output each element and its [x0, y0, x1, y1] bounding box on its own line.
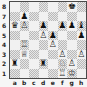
square-h4[interactable] — [77, 40, 87, 50]
square-e1[interactable] — [48, 69, 58, 79]
square-a6[interactable]: ♛ — [10, 21, 20, 31]
piece-black-pawn: ♟ — [20, 12, 28, 22]
square-f1[interactable]: ♖ — [58, 69, 68, 79]
file-label-b: b — [20, 79, 30, 87]
piece-black-pawn: ♟ — [39, 21, 47, 31]
square-f7[interactable] — [58, 12, 68, 22]
rank-label-3: 3 — [0, 50, 8, 60]
square-h7[interactable] — [77, 12, 87, 22]
file-label-f: f — [58, 79, 68, 87]
file-labels: abcdefgh — [10, 79, 86, 87]
piece-black-rook: ♜ — [39, 59, 47, 69]
square-g3[interactable] — [67, 50, 77, 60]
piece-black-pawn: ♟ — [68, 21, 76, 31]
chess-diagram: 87654321 ♚♟♛♙♟♟♟♝♙♟♟♖♙♕♙♙♜♜♘♙♖♔ abcdefgh — [0, 0, 87, 87]
square-f3[interactable]: ♙ — [58, 50, 68, 60]
square-f8[interactable] — [58, 2, 68, 12]
piece-white-queen: ♕ — [20, 50, 28, 60]
square-c3[interactable] — [29, 50, 39, 60]
square-a5[interactable] — [10, 31, 20, 41]
piece-black-pawn: ♟ — [77, 31, 85, 41]
square-d2[interactable]: ♜ — [39, 59, 49, 69]
square-c1[interactable] — [29, 69, 39, 79]
square-e4[interactable]: ♙ — [48, 40, 58, 50]
square-a7[interactable] — [10, 12, 20, 22]
square-g1[interactable]: ♔ — [67, 69, 77, 79]
square-h1[interactable] — [77, 69, 87, 79]
piece-black-pawn: ♟ — [49, 31, 57, 41]
piece-white-king: ♔ — [68, 69, 76, 79]
square-e8[interactable] — [48, 2, 58, 12]
square-a1[interactable] — [10, 69, 20, 79]
square-c6[interactable] — [29, 21, 39, 31]
square-b8[interactable] — [20, 2, 30, 12]
piece-white-rook: ♖ — [20, 40, 28, 50]
square-c7[interactable] — [29, 12, 39, 22]
square-e2[interactable] — [48, 59, 58, 69]
square-h6[interactable]: ♝ — [77, 21, 87, 31]
piece-white-pawn: ♙ — [49, 40, 57, 50]
square-d1[interactable] — [39, 69, 49, 79]
square-g6[interactable]: ♟ — [67, 21, 77, 31]
square-g8[interactable]: ♚ — [67, 2, 77, 12]
square-b5[interactable] — [20, 31, 30, 41]
square-d6[interactable]: ♟ — [39, 21, 49, 31]
square-f4[interactable] — [58, 40, 68, 50]
square-h3[interactable]: ♙ — [77, 50, 87, 60]
file-label-a: a — [10, 79, 20, 87]
rank-label-4: 4 — [0, 40, 8, 50]
rank-label-6: 6 — [0, 21, 8, 31]
square-b3[interactable]: ♕ — [20, 50, 30, 60]
square-f5[interactable] — [58, 31, 68, 41]
file-label-e: e — [48, 79, 58, 87]
rank-label-5: 5 — [0, 31, 8, 41]
square-g2[interactable]: ♙ — [67, 59, 77, 69]
file-label-g: g — [67, 79, 77, 87]
square-f6[interactable]: ♟ — [58, 21, 68, 31]
piece-white-pawn: ♙ — [68, 59, 76, 69]
square-e7[interactable] — [48, 12, 58, 22]
square-b1[interactable] — [20, 69, 30, 79]
square-b2[interactable] — [20, 59, 30, 69]
rank-label-8: 8 — [0, 2, 8, 12]
rank-label-2: 2 — [0, 59, 8, 69]
square-f2[interactable]: ♘ — [58, 59, 68, 69]
piece-black-bishop: ♝ — [77, 21, 85, 31]
piece-black-queen: ♛ — [11, 21, 19, 31]
square-g4[interactable] — [67, 40, 77, 50]
piece-white-pawn: ♙ — [20, 21, 28, 31]
square-a2[interactable]: ♜ — [10, 59, 20, 69]
square-h2[interactable] — [77, 59, 87, 69]
square-e6[interactable] — [48, 21, 58, 31]
piece-white-pawn: ♙ — [39, 31, 47, 41]
square-c5[interactable] — [29, 31, 39, 41]
chess-board: ♚♟♛♙♟♟♟♝♙♟♟♖♙♕♙♙♜♜♘♙♖♔ — [9, 1, 87, 79]
square-c2[interactable] — [29, 59, 39, 69]
square-a4[interactable] — [10, 40, 20, 50]
square-a3[interactable] — [10, 50, 20, 60]
square-a8[interactable] — [10, 2, 20, 12]
piece-white-pawn: ♙ — [58, 50, 66, 60]
piece-white-rook: ♖ — [58, 69, 66, 79]
square-d7[interactable] — [39, 12, 49, 22]
file-label-d: d — [39, 79, 49, 87]
square-g7[interactable] — [67, 12, 77, 22]
file-label-c: c — [29, 79, 39, 87]
square-c4[interactable] — [29, 40, 39, 50]
piece-white-knight: ♘ — [58, 59, 66, 69]
square-d4[interactable] — [39, 40, 49, 50]
rank-label-1: 1 — [0, 69, 8, 79]
square-b4[interactable]: ♖ — [20, 40, 30, 50]
piece-black-king: ♚ — [68, 2, 76, 12]
square-c8[interactable] — [29, 2, 39, 12]
square-b7[interactable]: ♟ — [20, 12, 30, 22]
square-d3[interactable] — [39, 50, 49, 60]
square-e3[interactable] — [48, 50, 58, 60]
square-h8[interactable] — [77, 2, 87, 12]
square-h5[interactable]: ♟ — [77, 31, 87, 41]
square-g5[interactable] — [67, 31, 77, 41]
piece-white-pawn: ♙ — [77, 50, 85, 60]
piece-black-pawn: ♟ — [58, 21, 66, 31]
piece-black-rook: ♜ — [11, 59, 19, 69]
rank-label-7: 7 — [0, 12, 8, 22]
file-label-h: h — [77, 79, 87, 87]
square-d5[interactable]: ♙ — [39, 31, 49, 41]
square-d8[interactable] — [39, 2, 49, 12]
square-e5[interactable]: ♟ — [48, 31, 58, 41]
square-b6[interactable]: ♙ — [20, 21, 30, 31]
